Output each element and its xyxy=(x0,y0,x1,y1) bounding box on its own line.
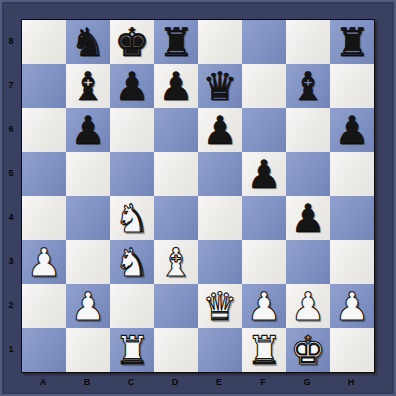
square-f5[interactable]: ♟︎ xyxy=(242,152,286,196)
file-label-a: A xyxy=(21,375,65,389)
square-f3[interactable] xyxy=(242,240,286,284)
square-a5[interactable] xyxy=(22,152,66,196)
chess-board: ♞︎♚︎♜︎♜︎♝︎♟︎♟︎♛︎♝︎♟︎♟︎♟︎♟︎♞︎♟︎♟︎♞︎♝︎♟︎♛︎… xyxy=(21,19,375,373)
square-h5[interactable] xyxy=(330,152,374,196)
square-e5[interactable] xyxy=(198,152,242,196)
piece-black-queen[interactable]: ♛︎ xyxy=(198,64,242,108)
square-a7[interactable] xyxy=(22,64,66,108)
square-h1[interactable] xyxy=(330,328,374,372)
piece-white-queen[interactable]: ♛︎ xyxy=(198,284,242,328)
square-b3[interactable] xyxy=(66,240,110,284)
square-a4[interactable] xyxy=(22,196,66,240)
square-d7[interactable]: ♟︎ xyxy=(154,64,198,108)
piece-black-bishop[interactable]: ♝︎ xyxy=(286,64,330,108)
square-g2[interactable]: ♟︎ xyxy=(286,284,330,328)
square-g5[interactable] xyxy=(286,152,330,196)
file-label-b: B xyxy=(65,375,109,389)
piece-white-pawn[interactable]: ♟︎ xyxy=(242,284,286,328)
square-c5[interactable] xyxy=(110,152,154,196)
file-label-c: C xyxy=(109,375,153,389)
square-e4[interactable] xyxy=(198,196,242,240)
rank-label-8: 8 xyxy=(2,19,20,63)
file-label-h: H xyxy=(329,375,373,389)
square-a8[interactable] xyxy=(22,20,66,64)
square-h4[interactable] xyxy=(330,196,374,240)
square-b4[interactable] xyxy=(66,196,110,240)
file-label-e: E xyxy=(197,375,241,389)
rank-label-2: 2 xyxy=(2,283,20,327)
square-c1[interactable]: ♜︎ xyxy=(110,328,154,372)
square-a2[interactable] xyxy=(22,284,66,328)
square-d1[interactable] xyxy=(154,328,198,372)
piece-black-pawn[interactable]: ♟︎ xyxy=(66,108,110,152)
square-h6[interactable]: ♟︎ xyxy=(330,108,374,152)
square-c6[interactable] xyxy=(110,108,154,152)
square-e7[interactable]: ♛︎ xyxy=(198,64,242,108)
piece-black-pawn[interactable]: ♟︎ xyxy=(198,108,242,152)
piece-black-pawn[interactable]: ♟︎ xyxy=(330,108,374,152)
square-c4[interactable]: ♞︎ xyxy=(110,196,154,240)
square-f8[interactable] xyxy=(242,20,286,64)
square-d2[interactable] xyxy=(154,284,198,328)
piece-white-knight[interactable]: ♞︎ xyxy=(110,240,154,284)
piece-black-king[interactable]: ♚︎ xyxy=(110,20,154,64)
rank-label-4: 4 xyxy=(2,195,20,239)
piece-black-pawn[interactable]: ♟︎ xyxy=(154,64,198,108)
square-e3[interactable] xyxy=(198,240,242,284)
square-g3[interactable] xyxy=(286,240,330,284)
square-a3[interactable]: ♟︎ xyxy=(22,240,66,284)
square-d8[interactable]: ♜︎ xyxy=(154,20,198,64)
piece-black-rook[interactable]: ♜︎ xyxy=(154,20,198,64)
square-c8[interactable]: ♚︎ xyxy=(110,20,154,64)
square-d3[interactable]: ♝︎ xyxy=(154,240,198,284)
piece-white-rook[interactable]: ♜︎ xyxy=(110,328,154,372)
square-g6[interactable] xyxy=(286,108,330,152)
piece-white-king[interactable]: ♚︎ xyxy=(286,328,330,372)
piece-white-pawn[interactable]: ♟︎ xyxy=(286,284,330,328)
square-b8[interactable]: ♞︎ xyxy=(66,20,110,64)
piece-white-rook[interactable]: ♜︎ xyxy=(242,328,286,372)
square-b7[interactable]: ♝︎ xyxy=(66,64,110,108)
chess-diagram: ♞︎♚︎♜︎♜︎♝︎♟︎♟︎♛︎♝︎♟︎♟︎♟︎♟︎♞︎♟︎♟︎♞︎♝︎♟︎♛︎… xyxy=(0,0,396,396)
square-f4[interactable] xyxy=(242,196,286,240)
square-c7[interactable]: ♟︎ xyxy=(110,64,154,108)
piece-white-pawn[interactable]: ♟︎ xyxy=(66,284,110,328)
square-d6[interactable] xyxy=(154,108,198,152)
file-label-f: F xyxy=(241,375,285,389)
square-g4[interactable]: ♟︎ xyxy=(286,196,330,240)
piece-white-pawn[interactable]: ♟︎ xyxy=(330,284,374,328)
piece-black-pawn[interactable]: ♟︎ xyxy=(110,64,154,108)
square-f7[interactable] xyxy=(242,64,286,108)
square-e8[interactable] xyxy=(198,20,242,64)
square-b6[interactable]: ♟︎ xyxy=(66,108,110,152)
file-label-d: D xyxy=(153,375,197,389)
rank-label-5: 5 xyxy=(2,151,20,195)
rank-label-7: 7 xyxy=(2,63,20,107)
square-f2[interactable]: ♟︎ xyxy=(242,284,286,328)
piece-black-pawn[interactable]: ♟︎ xyxy=(286,196,330,240)
square-f6[interactable] xyxy=(242,108,286,152)
piece-black-pawn[interactable]: ♟︎ xyxy=(242,152,286,196)
rank-label-1: 1 xyxy=(2,327,20,371)
square-b1[interactable] xyxy=(66,328,110,372)
square-e1[interactable] xyxy=(198,328,242,372)
square-b2[interactable]: ♟︎ xyxy=(66,284,110,328)
square-g7[interactable]: ♝︎ xyxy=(286,64,330,108)
square-a6[interactable] xyxy=(22,108,66,152)
square-h8[interactable]: ♜︎ xyxy=(330,20,374,64)
square-f1[interactable]: ♜︎ xyxy=(242,328,286,372)
piece-black-knight[interactable]: ♞︎ xyxy=(66,20,110,64)
square-g8[interactable] xyxy=(286,20,330,64)
square-c2[interactable] xyxy=(110,284,154,328)
square-a1[interactable] xyxy=(22,328,66,372)
piece-white-knight[interactable]: ♞︎ xyxy=(110,196,154,240)
square-d5[interactable] xyxy=(154,152,198,196)
square-e6[interactable]: ♟︎ xyxy=(198,108,242,152)
piece-white-bishop[interactable]: ♝︎ xyxy=(154,240,198,284)
piece-white-pawn[interactable]: ♟︎ xyxy=(22,240,66,284)
square-h3[interactable] xyxy=(330,240,374,284)
rank-label-3: 3 xyxy=(2,239,20,283)
square-h2[interactable]: ♟︎ xyxy=(330,284,374,328)
square-g1[interactable]: ♚︎ xyxy=(286,328,330,372)
square-d4[interactable] xyxy=(154,196,198,240)
square-b5[interactable] xyxy=(66,152,110,196)
file-label-g: G xyxy=(285,375,329,389)
rank-label-6: 6 xyxy=(2,107,20,151)
square-c3[interactable]: ♞︎ xyxy=(110,240,154,284)
square-h7[interactable] xyxy=(330,64,374,108)
piece-black-bishop[interactable]: ♝︎ xyxy=(66,64,110,108)
square-e2[interactable]: ♛︎ xyxy=(198,284,242,328)
piece-black-rook[interactable]: ♜︎ xyxy=(330,20,374,64)
